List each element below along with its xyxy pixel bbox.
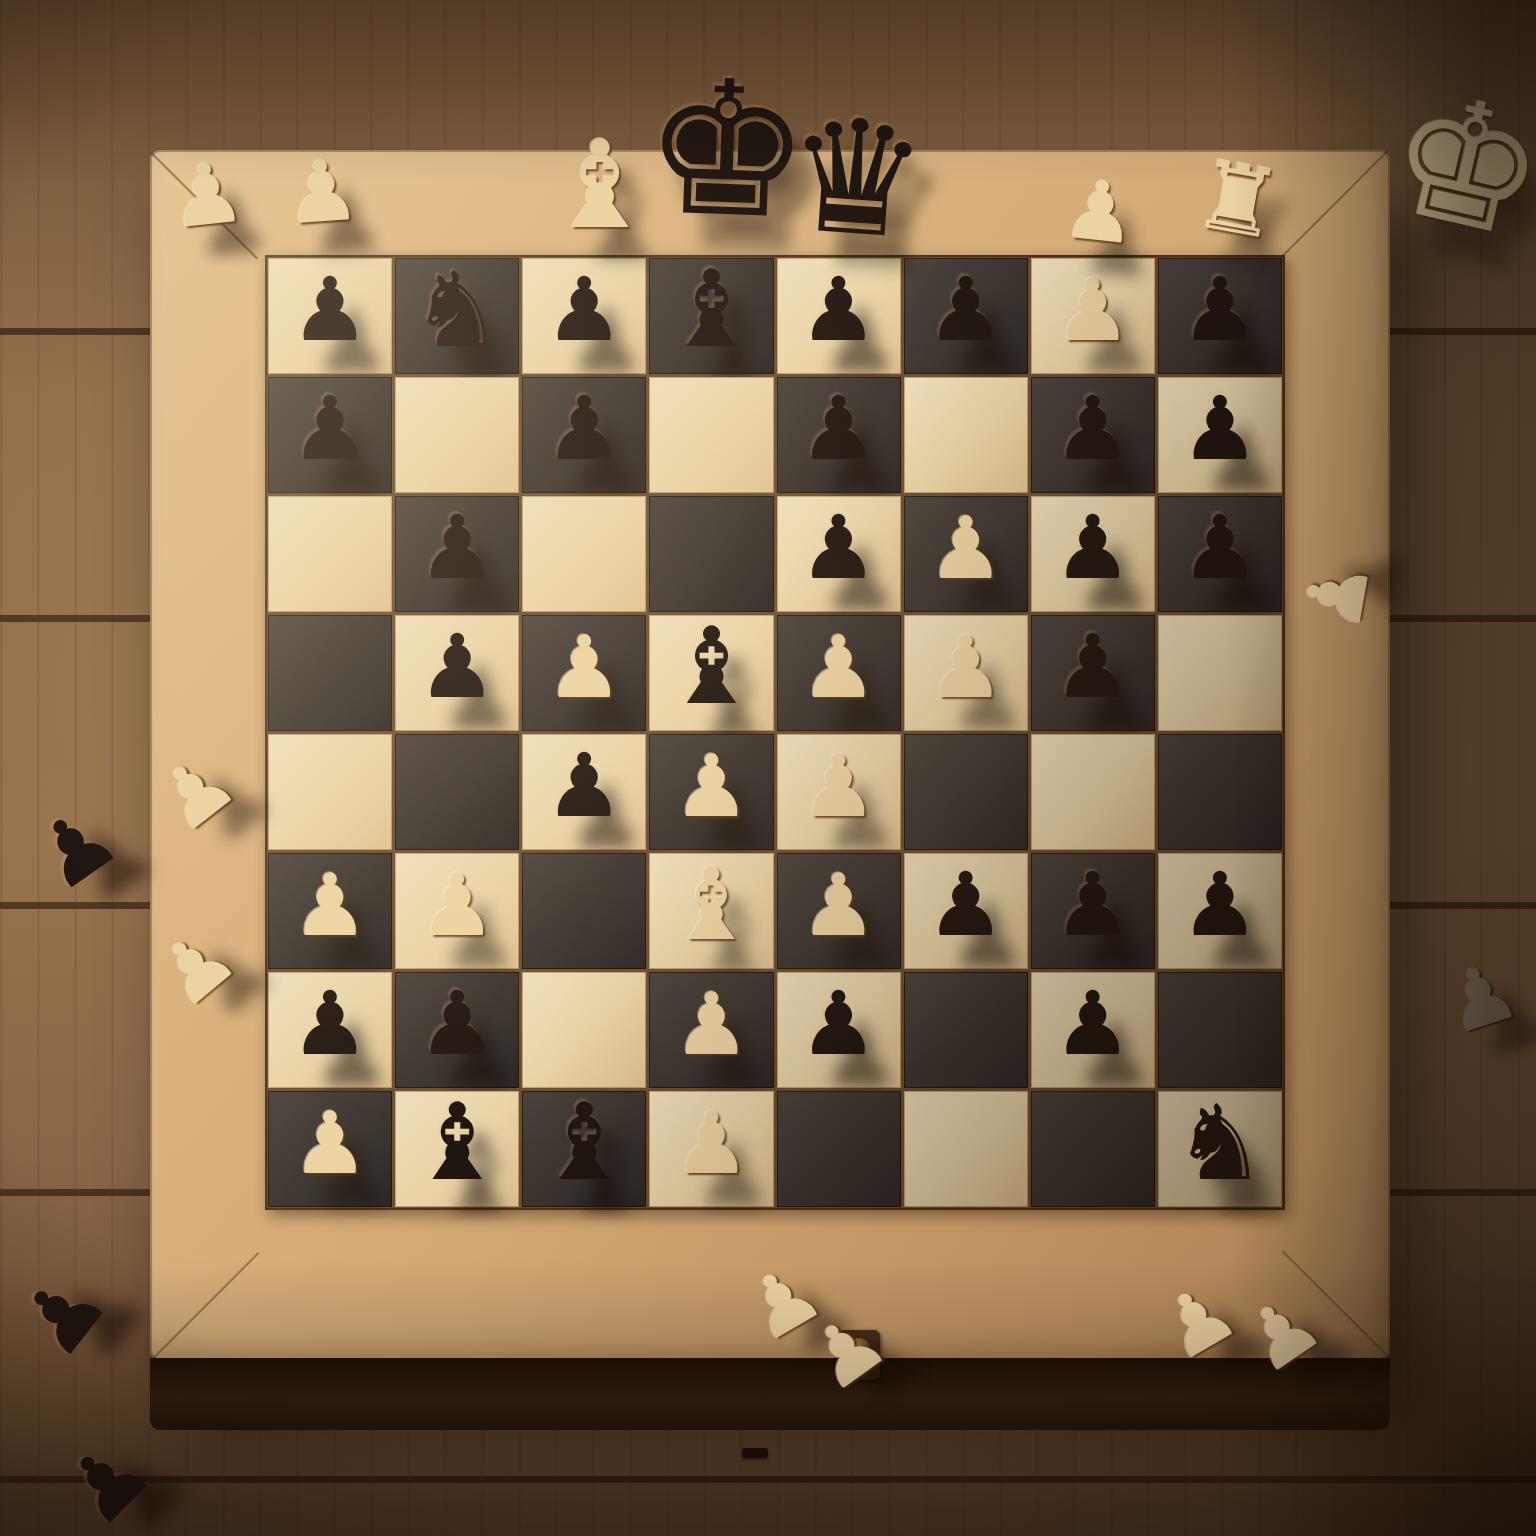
scattered-piece-wp-left-frame-8[interactable]: ♟ xyxy=(143,739,249,846)
scattered-piece-wp-table-right-18[interactable]: ♟ xyxy=(1435,949,1528,1047)
scattered-piece-wp-top-frame-0[interactable]: ♟ xyxy=(165,149,249,240)
scattered-piece-wr-top-frame-6[interactable]: ♜ xyxy=(1188,146,1288,254)
scattered-piece-bp-table-bottom-left-12[interactable]: ♟ xyxy=(48,1424,166,1536)
scattered-piece-wb-top-frame-2[interactable]: ♝ xyxy=(545,124,654,246)
scattered-piece-wp-right-frame-17[interactable]: ♟ xyxy=(1293,554,1382,636)
scattered-piece-wp-top-frame-1[interactable]: ♟ xyxy=(282,147,363,236)
scattered-piece-bq-top-frame-4[interactable]: ♛ xyxy=(780,94,932,261)
scattered-piece-bp-table-left-10[interactable]: ♟ xyxy=(19,791,131,906)
table-surface: ♟♞♟♝♟♟♟♟♟♟♟♟♟♟♟♟♟♟♟♟♝♟♟♟♟♟♟♟♟♝♟♟♟♟♟♟♟♟♟♟… xyxy=(0,0,1536,1536)
scattered-piece-wp-bottom-frame-16[interactable]: ♟ xyxy=(1230,1281,1334,1387)
scattered-piece-wp-top-frame-5[interactable]: ♟ xyxy=(1059,167,1141,256)
off-board-pieces: ♟♟♝♚♛♟♜♚♟♟♟♟♟♟♟♟♟♟♟ xyxy=(0,0,1536,1536)
scattered-piece-bp-table-bottom-left-11[interactable]: ♟ xyxy=(4,1257,122,1373)
scattered-piece-wk-table-top-right-7[interactable]: ♚ xyxy=(1374,65,1536,265)
scattered-piece-wp-left-frame-9[interactable]: ♟ xyxy=(143,914,249,1021)
